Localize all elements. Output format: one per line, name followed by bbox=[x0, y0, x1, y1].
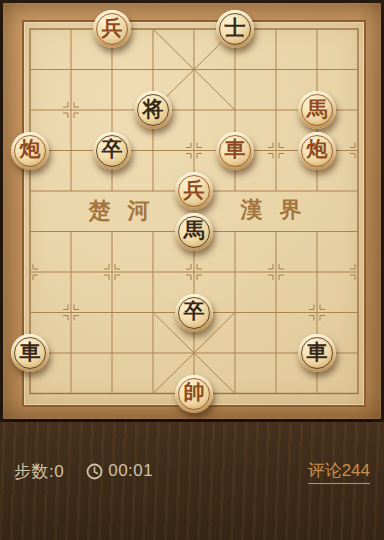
piece-glyph: 車 bbox=[307, 342, 328, 363]
piece-black-卒[interactable]: 卒 bbox=[93, 132, 131, 170]
piece-red-兵[interactable]: 兵 bbox=[93, 10, 131, 48]
piece-glyph: 炮 bbox=[307, 139, 328, 160]
piece-glyph: 士 bbox=[225, 18, 246, 39]
piece-glyph: 帥 bbox=[184, 382, 205, 403]
piece-glyph: 将 bbox=[143, 99, 164, 120]
xiangqi-app: 楚河 漢界 兵士将馬炮卒車炮兵馬卒車車帥 步数:0 00:01 评论244 bbox=[0, 0, 384, 540]
piece-black-馬[interactable]: 馬 bbox=[175, 213, 213, 251]
piece-red-車[interactable]: 車 bbox=[216, 132, 254, 170]
piece-glyph: 車 bbox=[225, 139, 246, 160]
piece-glyph: 車 bbox=[20, 342, 41, 363]
piece-glyph: 卒 bbox=[102, 139, 123, 160]
piece-glyph: 兵 bbox=[102, 18, 123, 39]
board: 楚河 漢界 兵士将馬炮卒車炮兵馬卒車車帥 bbox=[0, 0, 384, 422]
piece-red-炮[interactable]: 炮 bbox=[11, 132, 49, 170]
piece-glyph: 兵 bbox=[184, 180, 205, 201]
piece-glyph: 馬 bbox=[307, 99, 328, 120]
status-bar: 步数:0 00:01 评论244 bbox=[0, 422, 384, 540]
move-counter: 步数:0 bbox=[14, 460, 64, 483]
piece-red-馬[interactable]: 馬 bbox=[298, 91, 336, 129]
piece-black-車[interactable]: 車 bbox=[11, 334, 49, 372]
piece-red-兵[interactable]: 兵 bbox=[175, 172, 213, 210]
piece-red-炮[interactable]: 炮 bbox=[298, 132, 336, 170]
piece-black-卒[interactable]: 卒 bbox=[175, 294, 213, 332]
piece-black-車[interactable]: 車 bbox=[298, 334, 336, 372]
piece-red-帥[interactable]: 帥 bbox=[175, 375, 213, 413]
timer: 00:01 bbox=[86, 461, 153, 481]
river-label-right: 漢界 bbox=[224, 195, 319, 225]
piece-glyph: 炮 bbox=[20, 139, 41, 160]
piece-black-士[interactable]: 士 bbox=[216, 10, 254, 48]
piece-black-将[interactable]: 将 bbox=[134, 91, 172, 129]
clock-icon bbox=[86, 463, 103, 480]
river-label-left: 楚河 bbox=[72, 196, 167, 226]
timer-value: 00:01 bbox=[108, 461, 153, 481]
piece-glyph: 卒 bbox=[184, 301, 205, 322]
piece-glyph: 馬 bbox=[184, 220, 205, 241]
comments-link[interactable]: 评论244 bbox=[308, 459, 370, 484]
